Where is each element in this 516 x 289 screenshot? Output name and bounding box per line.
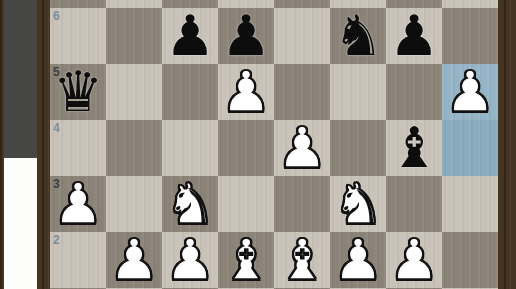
square-b7[interactable] [106, 0, 162, 8]
square-e7[interactable] [274, 0, 330, 8]
square-d3[interactable] [218, 176, 274, 232]
rank-label-6: 6 [53, 9, 60, 23]
square-h4[interactable] [442, 120, 498, 176]
square-g3[interactable] [386, 176, 442, 232]
white-pawn[interactable]: ♟ [221, 64, 271, 120]
square-g4[interactable]: ♝ [386, 120, 442, 176]
square-h6[interactable] [442, 8, 498, 64]
square-a3[interactable]: 3♟ [50, 176, 106, 232]
evaluation-bar-white-portion [4, 158, 37, 289]
white-knight[interactable]: ♞ [165, 176, 215, 232]
black-knight[interactable]: ♞ [333, 8, 383, 64]
square-c6[interactable]: ♟ [162, 8, 218, 64]
evaluation-bar [4, 0, 37, 289]
square-e2[interactable]: ♝ [274, 232, 330, 288]
white-pawn[interactable]: ♟ [277, 120, 327, 176]
square-e6[interactable] [274, 8, 330, 64]
square-a6[interactable]: 6 [50, 8, 106, 64]
white-pawn[interactable]: ♟ [109, 232, 159, 288]
square-d5[interactable]: ♟ [218, 64, 274, 120]
square-f5[interactable] [330, 64, 386, 120]
white-knight[interactable]: ♞ [333, 176, 383, 232]
white-pawn[interactable]: ♟ [165, 232, 215, 288]
board-viewport: 876♟♟♞♟5♛♟♟4♟♝3♟♞♞2♟♟♝♝♟♟1 [50, 0, 498, 289]
square-b2[interactable]: ♟ [106, 232, 162, 288]
rank-label-2: 2 [53, 233, 60, 247]
square-f3[interactable]: ♞ [330, 176, 386, 232]
rank-label-3: 3 [53, 177, 60, 191]
black-bishop[interactable]: ♝ [389, 120, 439, 176]
black-queen[interactable]: ♛ [53, 64, 103, 120]
square-b6[interactable] [106, 8, 162, 64]
square-e3[interactable] [274, 176, 330, 232]
square-a2[interactable]: 2 [50, 232, 106, 288]
square-d4[interactable] [218, 120, 274, 176]
square-b4[interactable] [106, 120, 162, 176]
square-g6[interactable]: ♟ [386, 8, 442, 64]
white-pawn[interactable]: ♟ [389, 232, 439, 288]
square-g5[interactable] [386, 64, 442, 120]
square-b3[interactable] [106, 176, 162, 232]
square-a5[interactable]: 5♛ [50, 64, 106, 120]
black-pawn[interactable]: ♟ [165, 8, 215, 64]
square-e4[interactable]: ♟ [274, 120, 330, 176]
square-a4[interactable]: 4 [50, 120, 106, 176]
square-h2[interactable] [442, 232, 498, 288]
square-f4[interactable] [330, 120, 386, 176]
white-pawn[interactable]: ♟ [333, 232, 383, 288]
square-b5[interactable] [106, 64, 162, 120]
square-h3[interactable] [442, 176, 498, 232]
chess-board[interactable]: 876♟♟♞♟5♛♟♟4♟♝3♟♞♞2♟♟♝♝♟♟1 [50, 0, 498, 289]
square-e5[interactable] [274, 64, 330, 120]
white-bishop[interactable]: ♝ [221, 232, 271, 288]
square-c5[interactable] [162, 64, 218, 120]
white-bishop[interactable]: ♝ [277, 232, 327, 288]
white-pawn[interactable]: ♟ [53, 176, 103, 232]
square-a7[interactable]: 7 [50, 0, 106, 8]
square-f6[interactable]: ♞ [330, 8, 386, 64]
rank-label-4: 4 [53, 121, 60, 135]
square-c2[interactable]: ♟ [162, 232, 218, 288]
rank-label-5: 5 [53, 65, 60, 79]
black-pawn[interactable]: ♟ [389, 8, 439, 64]
evaluation-bar-black-portion [4, 0, 37, 158]
square-c4[interactable] [162, 120, 218, 176]
square-g2[interactable]: ♟ [386, 232, 442, 288]
white-pawn[interactable]: ♟ [445, 64, 495, 120]
square-h5[interactable]: ♟ [442, 64, 498, 120]
black-pawn[interactable]: ♟ [221, 8, 271, 64]
square-d6[interactable]: ♟ [218, 8, 274, 64]
square-h7[interactable] [442, 0, 498, 8]
app-window: 876♟♟♞♟5♛♟♟4♟♝3♟♞♞2♟♟♝♝♟♟1 [0, 0, 516, 289]
square-f2[interactable]: ♟ [330, 232, 386, 288]
square-c3[interactable]: ♞ [162, 176, 218, 232]
square-d2[interactable]: ♝ [218, 232, 274, 288]
